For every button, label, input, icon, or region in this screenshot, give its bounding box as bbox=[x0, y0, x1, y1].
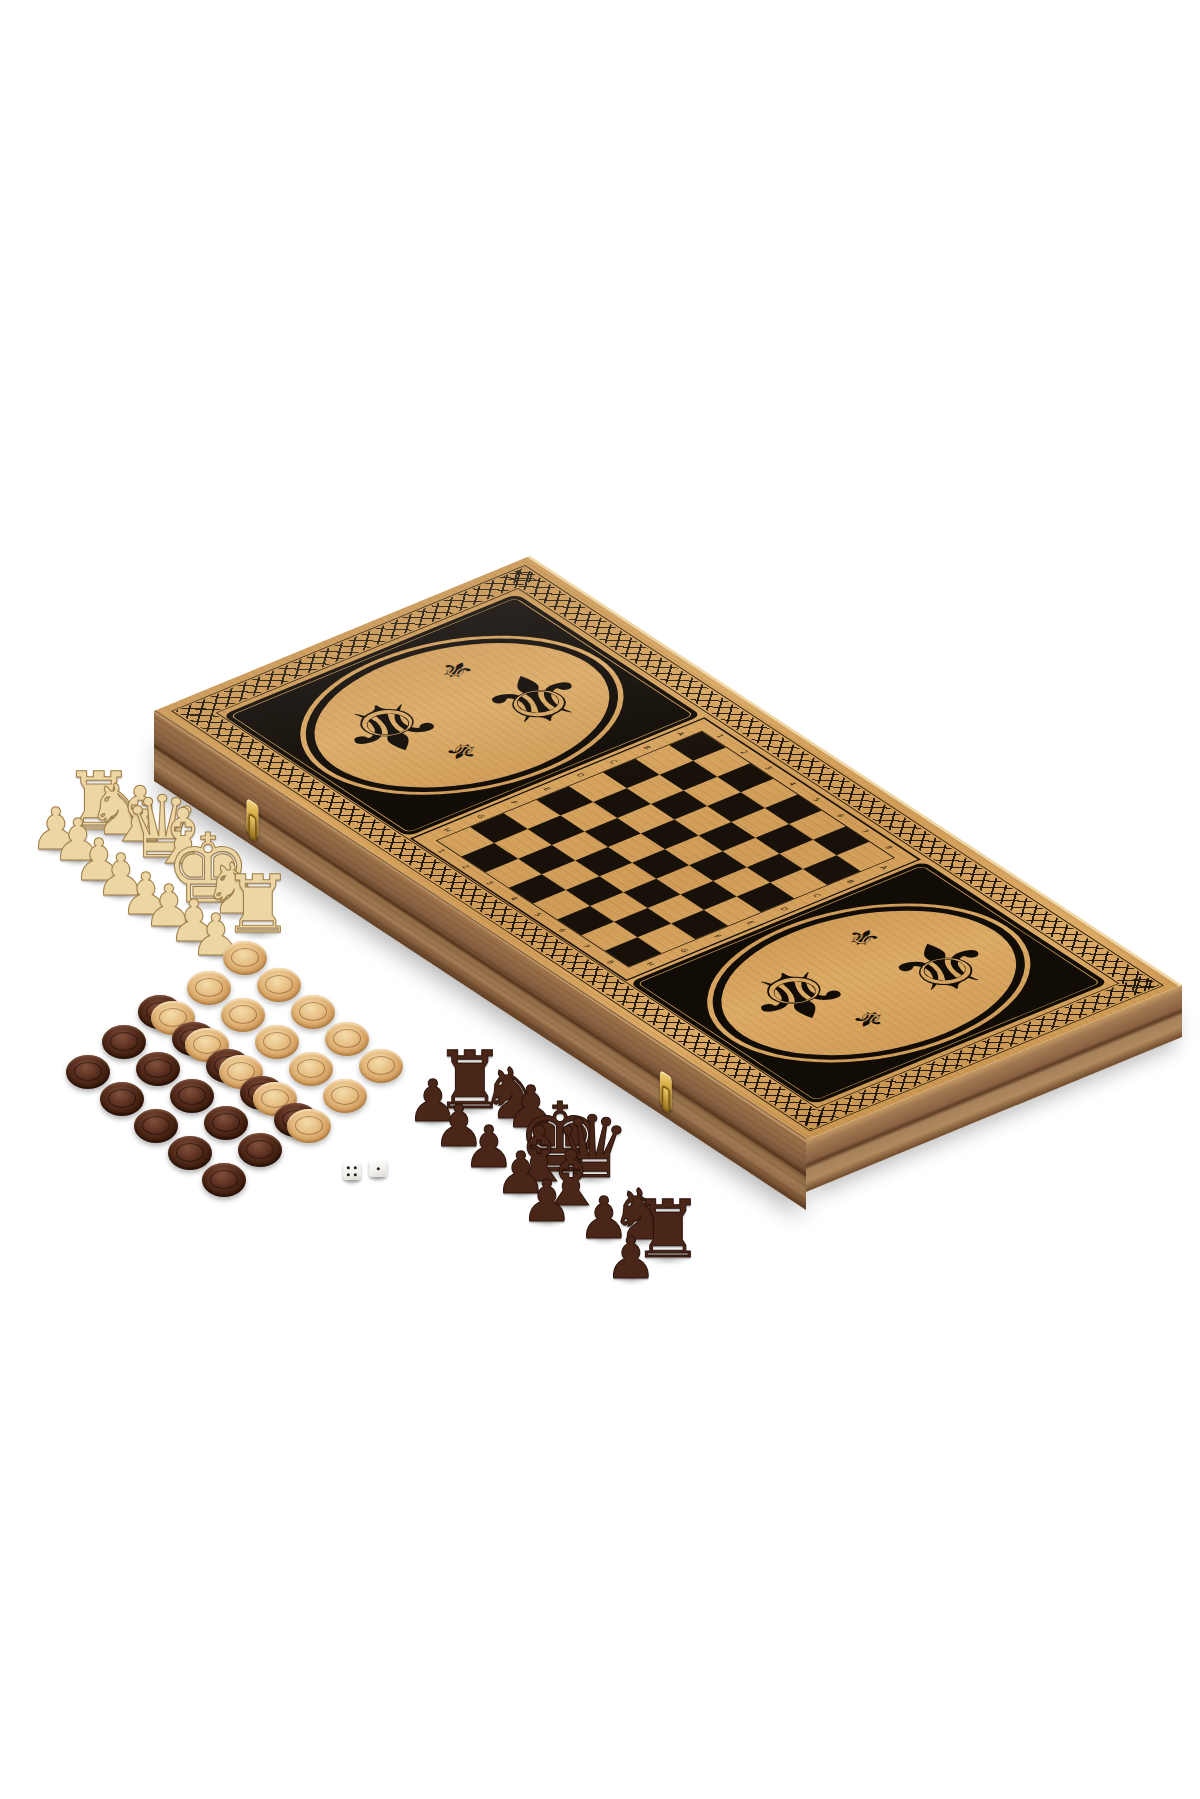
checker-dark bbox=[136, 1052, 180, 1086]
checker-ring bbox=[195, 978, 223, 997]
checker-ring bbox=[297, 1059, 325, 1078]
checker-ring bbox=[210, 1170, 238, 1189]
checker-dark bbox=[238, 1133, 282, 1167]
checker-ring bbox=[229, 1005, 257, 1024]
loose-pieces-layer: ♜♞♝♛♝♚♞♜♟♟♟♟♟♟♟♟♟♜♟♞♟♟♝♚♛♟♟♝♟♞♜♟ bbox=[0, 0, 1200, 1799]
checker-light bbox=[323, 1079, 367, 1113]
checker-ring bbox=[74, 1062, 102, 1081]
checker-ring bbox=[212, 1113, 240, 1132]
die-pip bbox=[347, 1173, 350, 1176]
checker-light bbox=[221, 998, 265, 1032]
die-pip bbox=[347, 1166, 350, 1169]
die-pip bbox=[354, 1173, 357, 1176]
checker-ring bbox=[295, 1116, 323, 1135]
die-showing-1 bbox=[370, 1160, 387, 1177]
checker-ring bbox=[333, 1029, 361, 1048]
checker-dark bbox=[204, 1106, 248, 1140]
checker-ring bbox=[299, 1002, 327, 1021]
checker-dark bbox=[170, 1079, 214, 1113]
chess-piece-dark-pawn: ♟ bbox=[605, 1236, 657, 1281]
die-pip bbox=[376, 1167, 379, 1170]
checker-light bbox=[289, 1052, 333, 1086]
checker-ring bbox=[144, 1059, 172, 1078]
checker-light bbox=[255, 1025, 299, 1059]
checker-ring bbox=[265, 975, 293, 994]
checker-light bbox=[287, 1109, 331, 1143]
checker-ring bbox=[176, 1143, 204, 1162]
checker-ring bbox=[178, 1086, 206, 1105]
checker-light bbox=[291, 995, 335, 1029]
checker-ring bbox=[110, 1032, 138, 1051]
checker-ring bbox=[142, 1116, 170, 1135]
checker-dark bbox=[134, 1109, 178, 1143]
checker-light bbox=[257, 968, 301, 1002]
checker-dark bbox=[168, 1136, 212, 1170]
checker-dark bbox=[202, 1163, 246, 1197]
checker-dark bbox=[102, 1025, 146, 1059]
checker-ring bbox=[263, 1032, 291, 1051]
checker-ring bbox=[246, 1140, 274, 1159]
checker-ring bbox=[331, 1086, 359, 1105]
checker-ring bbox=[367, 1056, 395, 1075]
checker-ring bbox=[231, 948, 259, 967]
checker-light bbox=[223, 941, 267, 975]
checker-dark bbox=[66, 1055, 110, 1089]
checker-light bbox=[325, 1022, 369, 1056]
chess-piece-dark-pawn: ♟ bbox=[521, 1179, 573, 1224]
checker-light bbox=[359, 1049, 403, 1083]
checker-ring bbox=[108, 1089, 136, 1108]
die-showing-4 bbox=[344, 1163, 361, 1180]
checker-dark bbox=[100, 1082, 144, 1116]
die-pip bbox=[354, 1166, 357, 1169]
checker-light bbox=[187, 971, 231, 1005]
product-photo-scene: ⚜ ⚜ ⚜ ⚜ 12345678 12345678 ABCDEFGH ABCDE… bbox=[0, 0, 1200, 1799]
